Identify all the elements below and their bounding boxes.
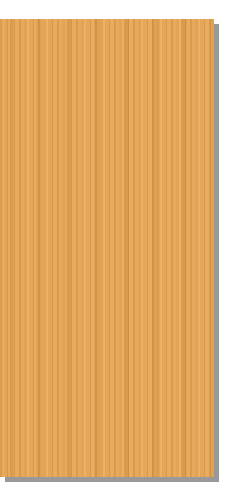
go-board[interactable] [0, 19, 214, 477]
